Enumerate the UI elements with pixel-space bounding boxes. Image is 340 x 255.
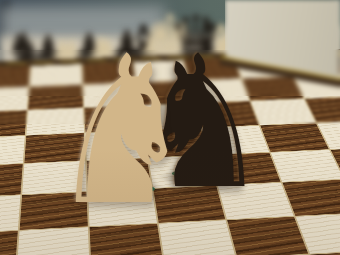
square-b3 (0, 195, 20, 233)
square-b4 (0, 164, 22, 198)
chessboard-photo: ♞♟♟♟♟♟♟♟♝♟♚♛♝♝♟ ♞ ♞ (0, 0, 340, 255)
square-b2 (0, 231, 17, 255)
square-g4 (270, 150, 340, 182)
square-b5 (0, 136, 24, 166)
white-knight[interactable]: ♞ (61, 29, 194, 234)
